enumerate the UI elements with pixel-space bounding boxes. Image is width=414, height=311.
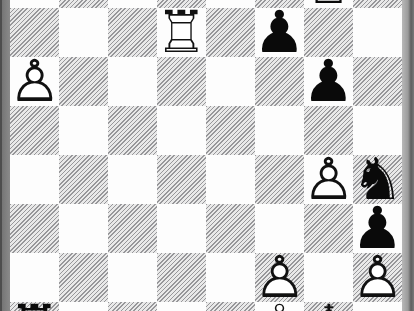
square-f5 [255,106,304,155]
square-a6: ♙ [10,57,59,106]
chess-diagram: ♚♖♟♙♟♙♞♟♙♙♜♗♔ [0,0,414,311]
board-left-border [0,0,10,311]
square-a1: ♜ [10,302,59,311]
piece-white-rook-d7: ♖ [156,8,208,57]
square-c1 [108,302,157,311]
square-g4: ♙ [304,155,353,204]
square-b5 [59,106,108,155]
square-a8 [10,0,59,8]
square-b8 [59,0,108,8]
piece-white-pawn-g4: ♙ [303,155,355,204]
piece-white-pawn-a6: ♙ [9,57,61,106]
square-c6 [108,57,157,106]
piece-white-pawn-h2: ♙ [352,253,404,302]
square-f7: ♟ [255,8,304,57]
square-b3 [59,204,108,253]
chess-board: ♚♖♟♙♟♙♞♟♙♙♜♗♔ [10,0,402,311]
square-h2: ♙ [353,253,402,302]
square-b2 [59,253,108,302]
square-e4 [206,155,255,204]
square-d5 [157,106,206,155]
square-e8 [206,0,255,8]
square-b7 [59,8,108,57]
square-g1: ♔ [304,302,353,311]
piece-black-king-g8: ♚ [303,0,355,8]
square-h8 [353,0,402,8]
square-h6 [353,57,402,106]
square-c4 [108,155,157,204]
board-right-border [402,0,414,311]
square-d7: ♖ [157,8,206,57]
square-b4 [59,155,108,204]
square-d3 [157,204,206,253]
square-c7 [108,8,157,57]
square-e3 [206,204,255,253]
square-a4 [10,155,59,204]
square-h7 [353,8,402,57]
square-c2 [108,253,157,302]
square-e7 [206,8,255,57]
piece-white-king-g1: ♔ [303,302,355,311]
square-b1 [59,302,108,311]
piece-white-bishop-f1: ♗ [254,302,306,311]
square-e1 [206,302,255,311]
piece-black-rook-a1: ♜ [9,302,61,311]
piece-black-pawn-f7: ♟ [254,8,306,57]
square-g8: ♚ [304,0,353,8]
square-a3 [10,204,59,253]
square-e2 [206,253,255,302]
square-e5 [206,106,255,155]
square-d1 [157,302,206,311]
square-f4 [255,155,304,204]
piece-black-pawn-g6: ♟ [303,57,355,106]
square-d4 [157,155,206,204]
square-d2 [157,253,206,302]
square-e6 [206,57,255,106]
square-c5 [108,106,157,155]
square-f1: ♗ [255,302,304,311]
square-c8 [108,0,157,8]
square-c3 [108,204,157,253]
square-b6 [59,57,108,106]
square-g6: ♟ [304,57,353,106]
